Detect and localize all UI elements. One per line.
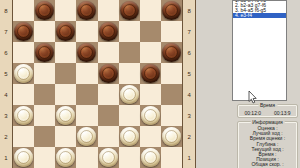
square-c5[interactable]: [55, 63, 76, 84]
white-man-a1[interactable]: [14, 148, 33, 167]
square-f3[interactable]: [119, 105, 140, 126]
black-man-b6[interactable]: [35, 43, 54, 62]
clock-panel: Время 00:12:0 00:13:9: [237, 104, 298, 118]
info-panel-title: Информация: [250, 119, 285, 125]
square-g5[interactable]: [140, 63, 161, 84]
black-man-c7[interactable]: [56, 22, 75, 41]
square-a5[interactable]: [13, 63, 34, 84]
square-a2[interactable]: [13, 126, 34, 147]
black-man-g5[interactable]: [141, 64, 160, 83]
black-man-b8[interactable]: [35, 1, 54, 20]
square-e4[interactable]: [98, 84, 119, 105]
square-g7[interactable]: [140, 21, 161, 42]
rank-label-5: 5: [183, 63, 195, 84]
square-c8[interactable]: [55, 0, 76, 21]
black-clock: 00:13:9: [274, 110, 291, 116]
square-d5[interactable]: [76, 63, 97, 84]
rank-label-7: 7: [0, 21, 12, 42]
square-h8[interactable]: [161, 0, 182, 21]
square-b5[interactable]: [34, 63, 55, 84]
move-list[interactable]: 1. a3-b4 f6-e52. b2-a3 g7-f63. b4-a5 f6-…: [232, 0, 287, 101]
square-d8[interactable]: [76, 0, 97, 21]
rank-label-8: 8: [0, 0, 12, 21]
white-man-c3[interactable]: [56, 106, 75, 125]
square-c4[interactable]: [55, 84, 76, 105]
white-man-a5[interactable]: [14, 64, 33, 83]
square-e3[interactable]: [98, 105, 119, 126]
square-g3[interactable]: [140, 105, 161, 126]
square-e8[interactable]: [98, 0, 119, 21]
rank-label-2: 2: [183, 126, 195, 147]
white-man-c1[interactable]: [56, 148, 75, 167]
square-d1[interactable]: [76, 147, 97, 168]
square-b1[interactable]: [34, 147, 55, 168]
white-man-g3[interactable]: [141, 106, 160, 125]
black-man-d8[interactable]: [77, 1, 96, 20]
board-frame: 87654321 87654321: [0, 0, 196, 168]
square-b6[interactable]: [34, 42, 55, 63]
rank-label-7: 7: [183, 21, 195, 42]
square-f4[interactable]: [119, 84, 140, 105]
square-g2[interactable]: [140, 126, 161, 147]
square-b3[interactable]: [34, 105, 55, 126]
black-man-f8[interactable]: [120, 1, 139, 20]
black-man-h6[interactable]: [162, 43, 181, 62]
white-clock: 00:12:0: [244, 110, 261, 116]
rank-label-4: 4: [183, 84, 195, 105]
square-a3[interactable]: [13, 105, 34, 126]
square-h6[interactable]: [161, 42, 182, 63]
square-d4[interactable]: [76, 84, 97, 105]
square-c7[interactable]: [55, 21, 76, 42]
checkers-app-window: 87654321 87654321 1. a3-b4 f6-e52. b2-a3…: [0, 0, 300, 168]
square-h5[interactable]: [161, 63, 182, 84]
square-h4[interactable]: [161, 84, 182, 105]
square-e2[interactable]: [98, 126, 119, 147]
square-e6[interactable]: [98, 42, 119, 63]
square-a6[interactable]: [13, 42, 34, 63]
black-man-h8[interactable]: [162, 1, 181, 20]
rank-labels-left: 87654321: [0, 0, 12, 168]
square-d6[interactable]: [76, 42, 97, 63]
square-a4[interactable]: [13, 84, 34, 105]
square-g1[interactable]: [140, 147, 161, 168]
square-e1[interactable]: [98, 147, 119, 168]
square-h7[interactable]: [161, 21, 182, 42]
square-f2[interactable]: [119, 126, 140, 147]
square-a7[interactable]: [13, 21, 34, 42]
rank-label-1: 1: [0, 147, 12, 168]
square-f6[interactable]: [119, 42, 140, 63]
black-man-e5[interactable]: [99, 64, 118, 83]
white-man-a3[interactable]: [14, 106, 33, 125]
black-man-e7[interactable]: [99, 22, 118, 41]
square-f5[interactable]: [119, 63, 140, 84]
rank-label-5: 5: [0, 63, 12, 84]
mouse-cursor-icon: [248, 91, 257, 104]
square-b7[interactable]: [34, 21, 55, 42]
rank-label-6: 6: [183, 42, 195, 63]
square-b4[interactable]: [34, 84, 55, 105]
square-e5[interactable]: [98, 63, 119, 84]
square-g8[interactable]: [140, 0, 161, 21]
white-man-f2[interactable]: [120, 127, 139, 146]
square-c1[interactable]: [55, 147, 76, 168]
square-b2[interactable]: [34, 126, 55, 147]
white-man-e1[interactable]: [99, 148, 118, 167]
square-a1[interactable]: [13, 147, 34, 168]
move-row-4[interactable]: 4. e3-f4: [233, 13, 286, 18]
square-c6[interactable]: [55, 42, 76, 63]
square-g4[interactable]: [140, 84, 161, 105]
square-f8[interactable]: [119, 0, 140, 21]
rank-label-6: 6: [0, 42, 12, 63]
clock-panel-title: Время: [258, 102, 277, 108]
square-f7[interactable]: [119, 21, 140, 42]
square-g6[interactable]: [140, 42, 161, 63]
rank-label-4: 4: [0, 84, 12, 105]
square-d7[interactable]: [76, 21, 97, 42]
square-f1[interactable]: [119, 147, 140, 168]
square-h3[interactable]: [161, 105, 182, 126]
square-d2[interactable]: [76, 126, 97, 147]
black-man-d6[interactable]: [77, 43, 96, 62]
rank-label-1: 1: [183, 147, 195, 168]
rank-labels-right: 87654321: [183, 0, 195, 168]
white-man-d2[interactable]: [77, 127, 96, 146]
rank-label-3: 3: [0, 105, 12, 126]
rank-label-2: 2: [0, 126, 12, 147]
square-h1[interactable]: [161, 147, 182, 168]
square-h2[interactable]: [161, 126, 182, 147]
white-man-f4[interactable]: [120, 85, 139, 104]
square-b8[interactable]: [34, 0, 55, 21]
info-panel: Информация Оценка :Лучший ход :Время оце…: [237, 121, 298, 168]
black-man-a7[interactable]: [14, 22, 33, 41]
square-c3[interactable]: [55, 105, 76, 126]
square-c2[interactable]: [55, 126, 76, 147]
rank-label-3: 3: [183, 105, 195, 126]
square-a8[interactable]: [13, 0, 34, 21]
white-man-g1[interactable]: [141, 148, 160, 167]
rank-label-8: 8: [183, 0, 195, 21]
white-man-h2[interactable]: [162, 127, 181, 146]
checkers-board[interactable]: [12, 0, 183, 168]
square-d3[interactable]: [76, 105, 97, 126]
square-e7[interactable]: [98, 21, 119, 42]
